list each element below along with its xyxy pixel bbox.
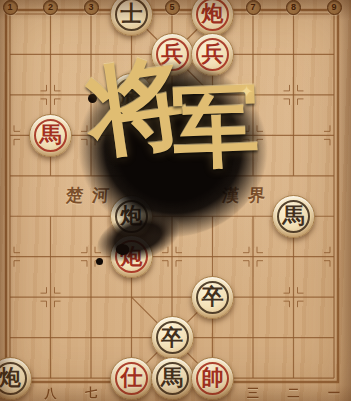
- file-number-top-2: 2: [43, 0, 58, 15]
- piece-glyph: 兵: [192, 34, 233, 75]
- piece-glyph: 炮: [192, 0, 233, 35]
- file-number-top-1: 1: [3, 0, 18, 15]
- piece-glyph: 馬: [30, 115, 71, 156]
- piece-black-soldier-1[interactable]: 卒: [191, 276, 234, 319]
- piece-red-cannon-1[interactable]: 炮: [191, 0, 234, 36]
- piece-red-cannon-2[interactable]: 炮: [110, 235, 153, 278]
- piece-black-horse-2[interactable]: 馬: [151, 357, 194, 400]
- piece-glyph: 炮: [111, 236, 152, 277]
- river-label-han: 漢界: [221, 186, 274, 206]
- file-number-bottom-7: 三: [245, 386, 261, 400]
- file-number-top-8: 8: [286, 0, 301, 15]
- piece-glyph: 炮: [0, 358, 31, 399]
- piece-black-horse-1[interactable]: 馬: [272, 195, 315, 238]
- file-number-bottom-2: 八: [43, 386, 59, 400]
- file-number-bottom-9: 一: [326, 386, 342, 400]
- file-number-top-9: 9: [327, 0, 342, 15]
- piece-red-horse[interactable]: 馬: [29, 114, 72, 157]
- piece-glyph: 卒: [152, 317, 193, 358]
- piece-glyph: 炮: [111, 196, 152, 237]
- xiangqi-board: 123456789 九八七六五四三二一 楚河 漢界 士炮兵兵將馬炮馬炮卒卒炮仕馬…: [0, 0, 351, 401]
- piece-glyph: 將: [111, 74, 152, 115]
- piece-glyph: 仕: [111, 358, 152, 399]
- piece-red-general[interactable]: 帥: [191, 357, 234, 400]
- piece-black-general[interactable]: 將: [110, 73, 153, 116]
- piece-red-advisor[interactable]: 仕: [110, 357, 153, 400]
- piece-glyph: 帥: [192, 358, 233, 399]
- piece-black-cannon-1[interactable]: 炮: [110, 195, 153, 238]
- piece-red-soldier-1[interactable]: 兵: [151, 33, 194, 76]
- file-number-bottom-3: 七: [83, 386, 99, 400]
- piece-glyph: 士: [111, 0, 152, 35]
- piece-glyph: 兵: [152, 34, 193, 75]
- piece-red-soldier-2[interactable]: 兵: [191, 33, 234, 76]
- piece-glyph: 卒: [192, 277, 233, 318]
- file-number-top-7: 7: [246, 0, 261, 15]
- piece-black-cannon-2[interactable]: 炮: [0, 357, 32, 400]
- file-number-top-5: 5: [165, 0, 180, 15]
- file-number-top-3: 3: [84, 0, 99, 15]
- file-number-bottom-8: 二: [286, 386, 302, 400]
- piece-glyph: 馬: [273, 196, 314, 237]
- piece-black-soldier-2[interactable]: 卒: [151, 316, 194, 359]
- piece-glyph: 馬: [152, 358, 193, 399]
- piece-black-advisor[interactable]: 士: [110, 0, 153, 36]
